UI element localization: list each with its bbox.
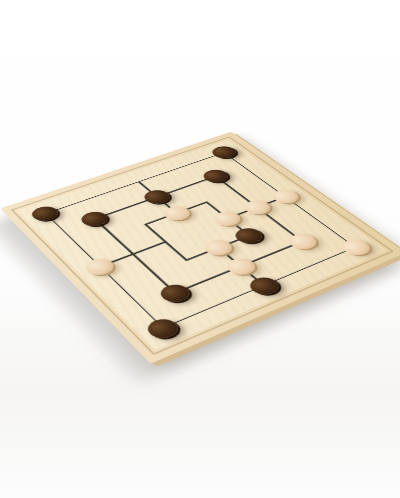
dark-piece-d6[interactable]: [140, 188, 174, 206]
point-d7[interactable]: [131, 177, 146, 185]
dark-piece-e3[interactable]: [231, 226, 268, 246]
dark-piece-b2[interactable]: [156, 281, 195, 305]
light-piece-f4[interactable]: [239, 198, 274, 217]
light-piece-f2[interactable]: [284, 231, 321, 252]
light-piece-g4[interactable]: [268, 187, 303, 205]
point-c5[interactable]: [137, 220, 153, 229]
point-b4[interactable]: [125, 249, 142, 259]
dark-piece-a7[interactable]: [28, 204, 63, 223]
light-piece-d2[interactable]: [222, 255, 260, 277]
point-e5[interactable]: [199, 198, 215, 207]
light-piece-a4[interactable]: [81, 256, 118, 278]
dark-piece-d1[interactable]: [245, 274, 284, 297]
dark-piece-a1[interactable]: [142, 316, 183, 342]
point-c4[interactable]: [157, 237, 174, 247]
dark-piece-f6[interactable]: [199, 168, 233, 185]
light-piece-d5[interactable]: [159, 204, 194, 223]
light-piece-e4[interactable]: [210, 209, 246, 229]
dark-piece-g7[interactable]: [208, 144, 240, 160]
light-piece-d3[interactable]: [200, 237, 237, 258]
dark-piece-b6[interactable]: [77, 209, 112, 229]
points-layer: [0, 132, 400, 364]
light-piece-g1[interactable]: [337, 237, 375, 258]
morris-board: [0, 132, 400, 364]
point-c3[interactable]: [178, 255, 195, 265]
product-photo: [0, 0, 400, 498]
